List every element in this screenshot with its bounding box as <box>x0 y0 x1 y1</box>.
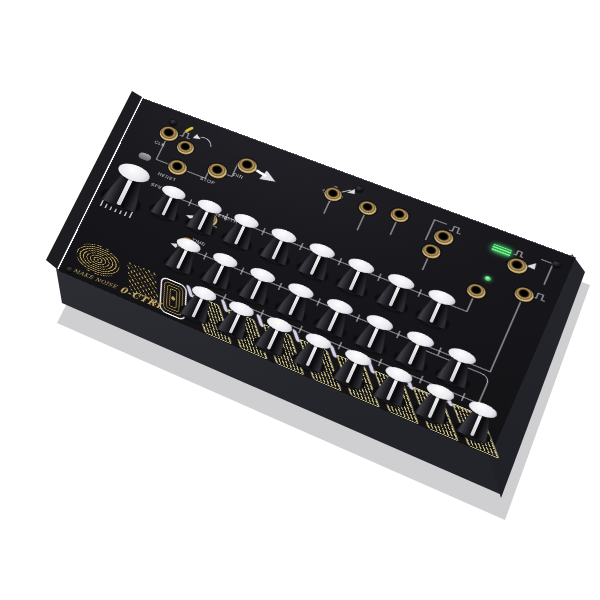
up-right-arrow-icon <box>526 260 537 269</box>
product-photo-scene: MAKE NOISE 0-CTRL SPEED CLKRESETSTOPDIRS… <box>0 0 600 600</box>
direction-arrow-icon <box>259 169 278 184</box>
